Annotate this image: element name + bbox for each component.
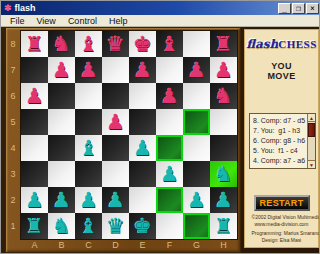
rank-label-6: 6: [5, 83, 21, 109]
square-g3[interactable]: [183, 161, 210, 187]
move-entry: 5. You: f1 - c4: [253, 146, 307, 156]
square-a5[interactable]: [21, 109, 48, 135]
white-knight[interactable]: ♞: [52, 213, 71, 239]
move-entry: 6. Comp: g8 - h6: [253, 136, 307, 146]
square-b3[interactable]: [48, 161, 75, 187]
white-pawn[interactable]: ♟: [214, 187, 233, 213]
square-f4[interactable]: [156, 135, 183, 161]
copyright-block: ©2002 Digital Vision Multimedia.www.medi…: [245, 214, 318, 228]
square-d6[interactable]: [102, 83, 129, 109]
window-title: flash: [15, 3, 278, 13]
square-e8[interactable]: ♚: [129, 31, 156, 57]
black-bishop[interactable]: ♝: [79, 31, 98, 57]
square-c8[interactable]: ♝: [75, 31, 102, 57]
square-b5[interactable]: [48, 109, 75, 135]
menu-file[interactable]: File: [4, 15, 31, 27]
file-labels: ABCDEFGH: [21, 239, 237, 252]
rank-label-7: 7: [5, 57, 21, 83]
black-pawn[interactable]: ♟: [187, 57, 206, 83]
status-line-1: YOU: [245, 61, 318, 71]
black-queen[interactable]: ♛: [106, 31, 125, 57]
square-a7[interactable]: [21, 57, 48, 83]
move-history-list: 8. Comp: d7 - d57. You: g1 - h36. Comp: …: [250, 114, 307, 168]
rank-label-2: 2: [5, 187, 21, 213]
square-h6[interactable]: ♞: [210, 83, 237, 109]
file-label-b: B: [48, 239, 75, 252]
black-pawn[interactable]: ♟: [106, 109, 125, 135]
black-pawn[interactable]: ♟: [52, 57, 71, 83]
square-c5[interactable]: [75, 109, 102, 135]
square-d7[interactable]: [102, 57, 129, 83]
square-a1[interactable]: ♜: [21, 213, 48, 239]
menu-view[interactable]: View: [31, 15, 62, 27]
black-knight[interactable]: ♞: [214, 83, 233, 109]
move-entry: 7. You: g1 - h3: [253, 126, 307, 136]
white-king[interactable]: ♚: [133, 213, 152, 239]
file-label-a: A: [21, 239, 48, 252]
square-c2[interactable]: ♟: [75, 187, 102, 213]
title-bar[interactable]: ✽ flash _ ❐ ×: [1, 1, 320, 15]
white-rook[interactable]: ♜: [25, 213, 44, 239]
square-e3[interactable]: [129, 161, 156, 187]
white-knight[interactable]: ♞: [214, 161, 233, 187]
rank-label-8: 8: [5, 31, 21, 57]
logo-chess-text: CHESS: [278, 38, 317, 50]
content-area: 87654321 ♜♞♝♛♚♝♜♟♟♟♟♟♟♟♞♟♝♟♟♞♟♟♟♟♟♟♜♞♝♛♚…: [1, 27, 320, 254]
square-a8[interactable]: ♜: [21, 31, 48, 57]
square-d8[interactable]: ♛: [102, 31, 129, 57]
credits-block: Programming: Marius SmarandoiuDesign: El…: [245, 230, 318, 244]
square-g7[interactable]: ♟: [183, 57, 210, 83]
white-queen[interactable]: ♛: [106, 213, 125, 239]
turn-status: YOU MOVE: [245, 61, 318, 81]
square-e7[interactable]: ♟: [129, 57, 156, 83]
rank-labels: 87654321: [5, 31, 21, 239]
move-entry: 8. Comp: d7 - d5: [253, 116, 307, 126]
file-label-d: D: [102, 239, 129, 252]
black-pawn[interactable]: ♟: [133, 57, 152, 83]
square-b8[interactable]: ♞: [48, 31, 75, 57]
restart-button[interactable]: RESTART: [254, 195, 310, 211]
white-pawn[interactable]: ♟: [25, 187, 44, 213]
square-e1[interactable]: ♚: [129, 213, 156, 239]
maximize-button[interactable]: ❐: [292, 3, 305, 14]
square-h3[interactable]: ♞: [210, 161, 237, 187]
square-d2[interactable]: ♟: [102, 187, 129, 213]
square-d4[interactable]: [102, 135, 129, 161]
file-label-c: C: [75, 239, 102, 252]
square-c3[interactable]: [75, 161, 102, 187]
white-pawn[interactable]: ♟: [79, 187, 98, 213]
app-window: ✽ flash _ ❐ × FileViewControlHelp 876543…: [0, 0, 320, 254]
square-c4[interactable]: ♝: [75, 135, 102, 161]
scroll-thumb[interactable]: [308, 123, 315, 137]
square-b6[interactable]: [48, 83, 75, 109]
square-g2[interactable]: ♟: [183, 187, 210, 213]
black-knight[interactable]: ♞: [52, 31, 71, 57]
menu-bar: FileViewControlHelp: [1, 15, 320, 27]
square-f8[interactable]: ♝: [156, 31, 183, 57]
square-h7[interactable]: ♟: [210, 57, 237, 83]
square-f2[interactable]: [156, 187, 183, 213]
chess-board-frame: 87654321 ♜♞♝♛♚♝♜♟♟♟♟♟♟♟♞♟♝♟♟♞♟♟♟♟♟♟♜♞♝♛♚…: [5, 27, 241, 253]
square-h1[interactable]: ♜: [210, 213, 237, 239]
black-pawn[interactable]: ♟: [79, 57, 98, 83]
status-line-2: MOVE: [245, 71, 318, 81]
square-f7[interactable]: [156, 57, 183, 83]
square-a6[interactable]: ♟: [21, 83, 48, 109]
black-bishop[interactable]: ♝: [160, 31, 179, 57]
menu-control[interactable]: Control: [62, 15, 103, 27]
copyright-line: www.media-division.com: [252, 221, 312, 228]
square-g8[interactable]: [183, 31, 210, 57]
moves-scrollbar[interactable]: ▲ ▼: [307, 114, 315, 168]
white-pawn[interactable]: ♟: [52, 187, 71, 213]
white-bishop[interactable]: ♝: [79, 213, 98, 239]
square-b2[interactable]: ♟: [48, 187, 75, 213]
square-f1[interactable]: [156, 213, 183, 239]
square-f3[interactable]: ♟: [156, 161, 183, 187]
rank-label-5: 5: [5, 109, 21, 135]
move-entry: 4. Comp: a7 - a6: [253, 156, 307, 166]
square-c6[interactable]: [75, 83, 102, 109]
logo-flash-text: flash: [246, 37, 278, 51]
black-rook[interactable]: ♜: [214, 31, 233, 57]
file-label-g: G: [183, 239, 210, 252]
square-e5[interactable]: [129, 109, 156, 135]
scroll-up-icon[interactable]: ▲: [308, 114, 315, 122]
square-h4[interactable]: [210, 135, 237, 161]
square-g1[interactable]: [183, 213, 210, 239]
square-a2[interactable]: ♟: [21, 187, 48, 213]
white-pawn[interactable]: ♟: [187, 187, 206, 213]
file-label-h: H: [210, 239, 237, 252]
white-pawn[interactable]: ♟: [106, 187, 125, 213]
move-history-box: 8. Comp: d7 - d57. You: g1 - h36. Comp: …: [249, 113, 316, 169]
white-rook[interactable]: ♜: [214, 213, 233, 239]
square-h5[interactable]: [210, 109, 237, 135]
rank-label-3: 3: [5, 161, 21, 187]
flashchess-logo: flashCHESS: [245, 34, 318, 52]
rank-label-1: 1: [5, 213, 21, 239]
flash-app-icon: ✽: [4, 1, 12, 15]
minimize-button[interactable]: _: [278, 3, 291, 14]
square-f5[interactable]: [156, 109, 183, 135]
square-e4[interactable]: ♟: [129, 135, 156, 161]
copyright-line: ©2002 Digital Vision Multimedia.: [252, 214, 312, 221]
scroll-down-icon[interactable]: ▼: [308, 160, 315, 168]
chess-board[interactable]: ♜♞♝♛♚♝♜♟♟♟♟♟♟♟♞♟♝♟♟♞♟♟♟♟♟♟♜♞♝♛♚♜: [21, 31, 237, 239]
black-king[interactable]: ♚: [133, 31, 152, 57]
square-d3[interactable]: [102, 161, 129, 187]
credit-line: Design: Elsa Masi: [252, 237, 312, 244]
square-g4[interactable]: [183, 135, 210, 161]
white-pawn[interactable]: ♟: [133, 135, 152, 161]
square-b7[interactable]: ♟: [48, 57, 75, 83]
square-e2[interactable]: [129, 187, 156, 213]
black-pawn[interactable]: ♟: [25, 83, 44, 109]
square-e6[interactable]: [129, 83, 156, 109]
square-h8[interactable]: ♜: [210, 31, 237, 57]
black-rook[interactable]: ♜: [25, 31, 44, 57]
square-a4[interactable]: [21, 135, 48, 161]
white-pawn[interactable]: ♟: [160, 161, 179, 187]
close-button[interactable]: ×: [306, 3, 319, 14]
white-bishop[interactable]: ♝: [79, 135, 98, 161]
file-label-e: E: [129, 239, 156, 252]
black-pawn[interactable]: ♟: [214, 57, 233, 83]
square-b1[interactable]: ♞: [48, 213, 75, 239]
square-g5[interactable]: [183, 109, 210, 135]
rank-label-4: 4: [5, 135, 21, 161]
square-a3[interactable]: [21, 161, 48, 187]
square-d1[interactable]: ♛: [102, 213, 129, 239]
square-b4[interactable]: [48, 135, 75, 161]
side-panel: flashCHESS YOU MOVE LAST MOVES 8. Comp: …: [244, 29, 319, 248]
black-pawn[interactable]: ♟: [160, 83, 179, 109]
file-label-f: F: [156, 239, 183, 252]
square-c7[interactable]: ♟: [75, 57, 102, 83]
square-d5[interactable]: ♟: [102, 109, 129, 135]
square-f6[interactable]: ♟: [156, 83, 183, 109]
square-c1[interactable]: ♝: [75, 213, 102, 239]
square-h2[interactable]: ♟: [210, 187, 237, 213]
credit-line: Programming: Marius Smarandoiu: [252, 230, 312, 237]
square-g6[interactable]: [183, 83, 210, 109]
menu-help[interactable]: Help: [103, 15, 134, 27]
